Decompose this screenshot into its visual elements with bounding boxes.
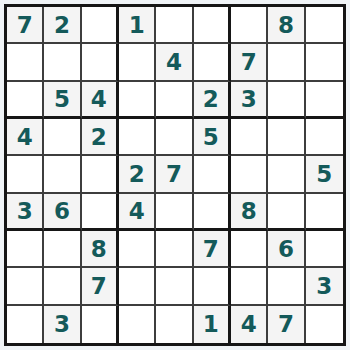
cell-r6c2[interactable]: 6 (44, 194, 81, 231)
cell-r5c9[interactable]: 5 (306, 156, 343, 193)
cell-r7c1[interactable] (7, 231, 44, 268)
cell-r1c1[interactable]: 7 (7, 7, 44, 44)
cell-r5c1[interactable] (7, 156, 44, 193)
cell-r1c4[interactable]: 1 (119, 7, 156, 44)
cell-r2c3[interactable] (82, 44, 119, 81)
cell-r6c7[interactable]: 8 (231, 194, 268, 231)
cell-r6c1[interactable]: 3 (7, 194, 44, 231)
cell-r3c8[interactable] (268, 82, 305, 119)
cell-r8c8[interactable] (268, 268, 305, 305)
cell-r8c4[interactable] (119, 268, 156, 305)
cell-r4c4[interactable] (119, 119, 156, 156)
cell-r7c9[interactable] (306, 231, 343, 268)
cell-r4c7[interactable] (231, 119, 268, 156)
cell-r5c8[interactable] (268, 156, 305, 193)
cell-r9c4[interactable] (119, 306, 156, 343)
cell-r2c6[interactable] (194, 44, 231, 81)
cell-r3c5[interactable] (156, 82, 193, 119)
cell-r3c3[interactable]: 4 (82, 82, 119, 119)
cell-r6c5[interactable] (156, 194, 193, 231)
cell-r8c3[interactable]: 7 (82, 268, 119, 305)
cell-r9c5[interactable] (156, 306, 193, 343)
cell-r8c7[interactable] (231, 268, 268, 305)
cell-r5c2[interactable] (44, 156, 81, 193)
cell-r8c1[interactable] (7, 268, 44, 305)
cell-r5c7[interactable] (231, 156, 268, 193)
cell-r1c8[interactable]: 8 (268, 7, 305, 44)
cell-r2c2[interactable] (44, 44, 81, 81)
cell-r8c6[interactable] (194, 268, 231, 305)
cell-r5c4[interactable]: 2 (119, 156, 156, 193)
cell-r3c9[interactable] (306, 82, 343, 119)
cell-r2c4[interactable] (119, 44, 156, 81)
cell-r4c6[interactable]: 5 (194, 119, 231, 156)
cell-r4c2[interactable] (44, 119, 81, 156)
cell-r9c3[interactable] (82, 306, 119, 343)
cell-r4c3[interactable]: 2 (82, 119, 119, 156)
cell-r3c1[interactable] (7, 82, 44, 119)
cell-r9c6[interactable]: 1 (194, 306, 231, 343)
cell-r6c9[interactable] (306, 194, 343, 231)
cell-r8c2[interactable] (44, 268, 81, 305)
cell-r3c6[interactable]: 2 (194, 82, 231, 119)
cell-r7c8[interactable]: 6 (268, 231, 305, 268)
cell-r7c2[interactable] (44, 231, 81, 268)
cell-r6c6[interactable] (194, 194, 231, 231)
cell-r7c6[interactable]: 7 (194, 231, 231, 268)
cell-r5c3[interactable] (82, 156, 119, 193)
cell-r3c4[interactable] (119, 82, 156, 119)
cell-r2c7[interactable]: 7 (231, 44, 268, 81)
cell-r2c8[interactable] (268, 44, 305, 81)
cell-r4c9[interactable] (306, 119, 343, 156)
cell-r1c9[interactable] (306, 7, 343, 44)
cell-r4c8[interactable] (268, 119, 305, 156)
cell-r6c4[interactable]: 4 (119, 194, 156, 231)
cell-r8c9[interactable]: 3 (306, 268, 343, 305)
cell-r1c2[interactable]: 2 (44, 7, 81, 44)
cell-r4c1[interactable]: 4 (7, 119, 44, 156)
cell-r1c6[interactable] (194, 7, 231, 44)
cell-r3c2[interactable]: 5 (44, 82, 81, 119)
cell-r5c6[interactable] (194, 156, 231, 193)
cell-r9c1[interactable] (7, 306, 44, 343)
cell-r7c5[interactable] (156, 231, 193, 268)
cell-r1c7[interactable] (231, 7, 268, 44)
cell-r3c7[interactable]: 3 (231, 82, 268, 119)
cell-r5c5[interactable]: 7 (156, 156, 193, 193)
cell-r7c3[interactable]: 8 (82, 231, 119, 268)
cell-r1c5[interactable] (156, 7, 193, 44)
cell-r1c3[interactable] (82, 7, 119, 44)
cell-r9c9[interactable] (306, 306, 343, 343)
cell-r8c5[interactable] (156, 268, 193, 305)
cell-r6c3[interactable] (82, 194, 119, 231)
cell-r6c8[interactable] (268, 194, 305, 231)
cell-r9c7[interactable]: 4 (231, 306, 268, 343)
cell-r7c7[interactable] (231, 231, 268, 268)
cell-r2c5[interactable]: 4 (156, 44, 193, 81)
cell-r4c5[interactable] (156, 119, 193, 156)
cell-r9c8[interactable]: 7 (268, 306, 305, 343)
cell-r2c1[interactable] (7, 44, 44, 81)
cell-r9c2[interactable]: 3 (44, 306, 81, 343)
cell-r2c9[interactable] (306, 44, 343, 81)
sudoku-board: 72184754234252753648876733147 (4, 4, 346, 346)
cell-r7c4[interactable] (119, 231, 156, 268)
